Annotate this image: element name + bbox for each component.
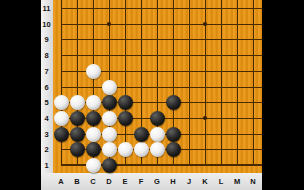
- grid-line-row-8: [61, 55, 262, 56]
- col-label-J: J: [181, 177, 197, 187]
- col-label-B: B: [69, 177, 85, 187]
- row-label-5: 5: [41, 98, 52, 107]
- white-stone-C7[interactable]: [86, 64, 101, 79]
- row-label-10: 10: [41, 20, 52, 29]
- white-stone-D2[interactable]: [102, 142, 117, 157]
- col-label-D: D: [101, 177, 117, 187]
- col-label-G: G: [149, 177, 165, 187]
- white-stone-C1[interactable]: [86, 158, 101, 173]
- col-label-N: N: [245, 177, 261, 187]
- grid-line-col-N: [253, 0, 254, 166]
- white-stone-A4[interactable]: [54, 111, 69, 126]
- row-label-8: 8: [41, 51, 52, 60]
- row-label-3: 3: [41, 130, 52, 139]
- black-stone-H3[interactable]: [166, 127, 181, 142]
- black-stone-H5[interactable]: [166, 95, 181, 110]
- black-stone-B3[interactable]: [70, 127, 85, 142]
- col-label-F: F: [133, 177, 149, 187]
- star-point-K10: [203, 22, 207, 26]
- white-stone-A5[interactable]: [54, 95, 69, 110]
- grid-line-col-L: [221, 0, 222, 166]
- goban[interactable]: [53, 0, 262, 173]
- white-stone-G3[interactable]: [150, 127, 165, 142]
- black-stone-B4[interactable]: [70, 111, 85, 126]
- row-label-2: 2: [41, 145, 52, 154]
- white-stone-D3[interactable]: [102, 127, 117, 142]
- star-point-K4: [203, 116, 207, 120]
- black-stone-E5[interactable]: [118, 95, 133, 110]
- col-label-E: E: [117, 177, 133, 187]
- col-label-L: L: [213, 177, 229, 187]
- row-label-11: 11: [41, 4, 52, 13]
- black-stone-G4[interactable]: [150, 111, 165, 126]
- row-label-6: 6: [41, 83, 52, 92]
- col-label-H: H: [165, 177, 181, 187]
- black-stone-D1[interactable]: [102, 158, 117, 173]
- white-stone-B5[interactable]: [70, 95, 85, 110]
- black-stone-E4[interactable]: [118, 111, 133, 126]
- grid-line-row-9: [61, 39, 262, 40]
- row-label-9: 9: [41, 35, 52, 44]
- col-label-C: C: [85, 177, 101, 187]
- white-stone-G2[interactable]: [150, 142, 165, 157]
- black-stone-A3[interactable]: [54, 127, 69, 142]
- white-stone-D4[interactable]: [102, 111, 117, 126]
- white-stone-C5[interactable]: [86, 95, 101, 110]
- black-stone-B2[interactable]: [70, 142, 85, 157]
- black-stone-H2[interactable]: [166, 142, 181, 157]
- col-label-A: A: [53, 177, 69, 187]
- col-label-K: K: [197, 177, 213, 187]
- col-label-M: M: [229, 177, 245, 187]
- white-stone-C3[interactable]: [86, 127, 101, 142]
- grid-line-col-J: [189, 0, 190, 166]
- black-stone-D5[interactable]: [102, 95, 117, 110]
- black-stone-C2[interactable]: [86, 142, 101, 157]
- star-point-D10: [107, 22, 111, 26]
- row-label-1: 1: [41, 161, 52, 170]
- white-stone-D6[interactable]: [102, 80, 117, 95]
- grid-line-col-M: [237, 0, 238, 166]
- black-stone-C4[interactable]: [86, 111, 101, 126]
- white-stone-E2[interactable]: [118, 142, 133, 157]
- grid-line-row-10: [61, 24, 262, 25]
- row-label-4: 4: [41, 114, 52, 123]
- grid-line-row-11: [61, 8, 262, 9]
- black-stone-F3[interactable]: [134, 127, 149, 142]
- grid-line-row-6: [61, 87, 262, 88]
- row-label-7: 7: [41, 67, 52, 76]
- white-stone-F2[interactable]: [134, 142, 149, 157]
- go-app-screen: 1110987654321ABCDEFGHJKLMN: [0, 0, 304, 190]
